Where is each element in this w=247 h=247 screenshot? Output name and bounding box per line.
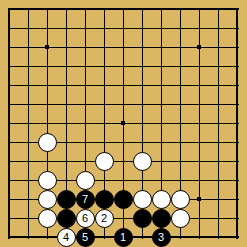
white-stone	[133, 190, 152, 209]
black-stone-move-5: 5	[76, 228, 95, 247]
black-stone	[57, 190, 76, 209]
white-stone	[38, 209, 57, 228]
black-stone	[114, 190, 133, 209]
white-stone-move-2: 2	[95, 209, 114, 228]
white-stone	[171, 209, 190, 228]
white-stone	[133, 152, 152, 171]
black-stone	[152, 209, 171, 228]
black-stone-move-3: 3	[152, 228, 171, 247]
black-stone	[95, 190, 114, 209]
star-point	[197, 197, 201, 201]
grid-line-vertical	[199, 8, 200, 239]
white-stone	[38, 171, 57, 190]
black-stone-move-7: 7	[76, 190, 95, 209]
white-stone-move-4: 4	[57, 228, 76, 247]
black-stone	[57, 209, 76, 228]
grid-line-vertical	[236, 8, 238, 239]
grid-line-vertical	[218, 8, 219, 239]
white-stone	[76, 171, 95, 190]
white-stone	[38, 190, 57, 209]
black-stone	[133, 209, 152, 228]
star-point	[45, 45, 49, 49]
star-point	[121, 121, 125, 125]
white-stone	[38, 133, 57, 152]
star-point	[197, 45, 201, 49]
white-stone	[152, 190, 171, 209]
white-stone	[95, 152, 114, 171]
white-stone	[171, 190, 190, 209]
white-stone-move-6: 6	[76, 209, 95, 228]
go-board: 7624513	[0, 0, 247, 247]
black-stone-move-1: 1	[114, 228, 133, 247]
grid-line-horizontal	[8, 161, 239, 162]
